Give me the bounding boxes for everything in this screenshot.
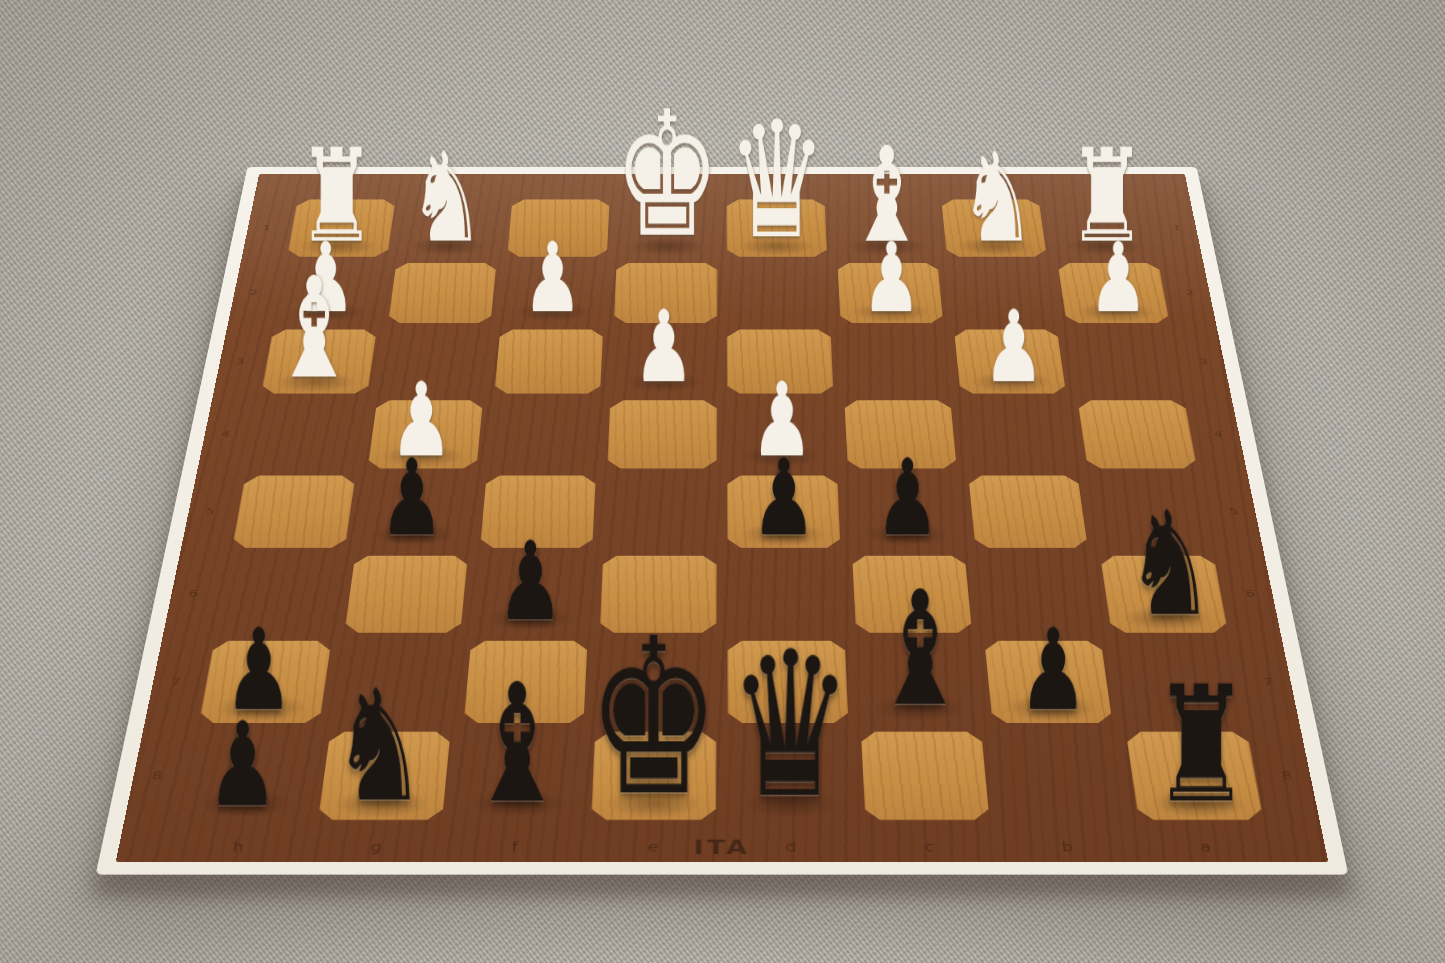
oak-inlay [861, 732, 990, 820]
white-knight-b1[interactable]: ♞ [959, 140, 1036, 258]
square-f6[interactable]: ♟ [466, 552, 598, 637]
square-a3[interactable] [1062, 326, 1189, 397]
square-f4[interactable] [482, 397, 606, 472]
walnut-square [961, 400, 1077, 468]
square-b8[interactable] [987, 727, 1133, 824]
chess-board: ♜♞♚♛♝♞♜♟♟♟♟♝♟♟♟♟♟♟♟♟♞♟♝♟♟♞♝♚♛♜ hgfedcba … [96, 167, 1349, 875]
square-c5[interactable]: ♟ [842, 472, 970, 552]
rank-label-8: 8 [1261, 727, 1314, 824]
square-d2[interactable] [722, 260, 835, 327]
walnut-square [487, 400, 600, 468]
square-b4[interactable] [955, 397, 1082, 472]
white-queen-d1[interactable]: ♛ [727, 104, 827, 258]
oak-inlay [344, 555, 468, 632]
black-pawn-d5[interactable]: ♟ [751, 449, 816, 549]
oak-inlay [232, 475, 355, 548]
rank-label-4: 4 [203, 397, 248, 472]
black-pawn-g5[interactable]: ♟ [380, 449, 445, 549]
black-bishop-c7[interactable]: ♝ [872, 574, 969, 724]
board-walnut-surface: ♜♞♚♛♝♞♜♟♟♟♟♝♟♟♟♟♟♟♟♟♞♟♝♟♟♞♝♚♛♜ hgfedcba … [116, 174, 1329, 861]
walnut-square [604, 475, 717, 548]
walnut-square [993, 732, 1126, 820]
black-knight-g8[interactable]: ♞ [332, 674, 427, 821]
square-g1[interactable]: ♞ [392, 197, 508, 260]
oak-inlay [388, 263, 497, 324]
walnut-square [841, 329, 950, 393]
white-pawn-b3[interactable]: ♟ [983, 300, 1044, 394]
square-c3[interactable] [835, 326, 955, 397]
oak-inlay [1078, 400, 1197, 468]
black-king-e8[interactable]: ♚ [587, 616, 720, 821]
black-pawn-c5[interactable]: ♟ [875, 449, 940, 549]
square-h5[interactable] [226, 472, 361, 552]
rank-label-3: 3 [218, 326, 261, 397]
walnut-square [247, 400, 366, 468]
square-a4[interactable] [1072, 397, 1203, 472]
rank-label-5: 5 [187, 472, 233, 552]
square-g5[interactable]: ♟ [350, 472, 482, 552]
square-h4[interactable] [241, 397, 372, 472]
white-pawn-e3[interactable]: ♟ [633, 300, 694, 394]
square-e1[interactable]: ♚ [612, 197, 722, 260]
square-g6[interactable] [338, 552, 474, 637]
rank-label-6: 6 [1226, 552, 1274, 637]
square-a8[interactable]: ♜ [1119, 727, 1270, 824]
square-h3[interactable]: ♝ [255, 326, 382, 397]
square-c7[interactable]: ♝ [850, 637, 987, 728]
rank-label-2: 2 [1170, 260, 1211, 327]
square-g2[interactable] [382, 260, 502, 327]
black-pawn-b7[interactable]: ♟ [1018, 617, 1087, 724]
square-f2[interactable]: ♟ [495, 260, 611, 327]
board-white-frame: ♜♞♚♛♝♞♜♟♟♟♟♝♟♟♟♟♟♟♟♟♞♟♝♟♟♞♝♚♛♜ hgfedcba … [96, 167, 1349, 875]
oak-inlay [607, 400, 716, 468]
black-knight-a6[interactable]: ♞ [1125, 497, 1214, 634]
square-c8[interactable] [854, 727, 996, 824]
square-f8[interactable]: ♝ [448, 727, 590, 824]
rank-label-4: 4 [1196, 397, 1241, 472]
square-b7[interactable]: ♟ [978, 637, 1119, 728]
black-pawn-h8[interactable]: ♟ [207, 710, 279, 821]
walnut-square [1067, 329, 1182, 393]
black-bishop-f8[interactable]: ♝ [466, 666, 567, 821]
square-b1[interactable]: ♞ [936, 197, 1052, 260]
black-queen-d8[interactable]: ♛ [728, 630, 852, 821]
rank-label-2: 2 [233, 260, 274, 327]
rank-label-1: 1 [1158, 197, 1198, 260]
rank-label-7: 7 [150, 637, 201, 728]
square-e4[interactable] [602, 397, 722, 472]
oak-inlay [968, 475, 1088, 548]
square-d8[interactable]: ♛ [722, 727, 859, 824]
black-pawn-f6[interactable]: ♟ [496, 530, 563, 634]
square-b3[interactable]: ♟ [949, 326, 1072, 397]
square-c2[interactable]: ♟ [832, 260, 948, 327]
black-rook-a8[interactable]: ♜ [1152, 669, 1251, 821]
white-pawn-f2[interactable]: ♟ [523, 233, 582, 325]
square-d5[interactable]: ♟ [722, 472, 846, 552]
rank-label-5: 5 [1211, 472, 1257, 552]
oak-inlay [494, 329, 603, 393]
board-grid: ♜♞♚♛♝♞♜♟♟♟♟♝♟♟♟♟♟♟♟♟♞♟♝♟♟♞♝♚♛♜ [174, 197, 1271, 825]
square-g8[interactable]: ♞ [311, 727, 457, 824]
square-f3[interactable] [489, 326, 609, 397]
rank-label-6: 6 [169, 552, 217, 637]
white-pawn-c2[interactable]: ♟ [862, 233, 921, 325]
square-e5[interactable] [598, 472, 722, 552]
white-pawn-a2[interactable]: ♟ [1088, 233, 1147, 325]
white-king-e1[interactable]: ♚ [614, 93, 721, 258]
square-d1[interactable]: ♛ [722, 197, 832, 260]
white-knight-g1[interactable]: ♞ [409, 140, 486, 258]
square-e3[interactable]: ♟ [605, 326, 722, 397]
rank-label-3: 3 [1183, 326, 1226, 397]
square-b5[interactable] [963, 472, 1095, 552]
square-a2[interactable]: ♟ [1052, 260, 1175, 327]
scene: ♜♞♚♛♝♞♜♟♟♟♟♝♟♟♟♟♟♟♟♟♞♟♝♟♟♞♝♚♛♜ hgfedcba … [0, 0, 1445, 963]
square-a6[interactable]: ♞ [1094, 552, 1234, 637]
square-e8[interactable]: ♚ [585, 727, 722, 824]
walnut-square [727, 263, 830, 324]
white-bishop-h3[interactable]: ♝ [271, 263, 357, 395]
square-h8[interactable]: ♟ [174, 727, 325, 824]
maker-logo: ITA [116, 836, 1327, 858]
